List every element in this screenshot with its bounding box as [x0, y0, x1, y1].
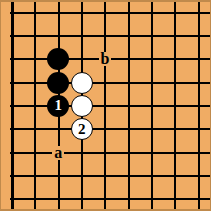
intersection-c9r7: [187, 141, 210, 164]
intersection-c5r6: [93, 118, 116, 141]
intersection-c8r9: [163, 188, 186, 211]
intersection-c2r5: [23, 94, 46, 117]
intersection-c6r2: [117, 24, 140, 47]
intersection-c7r2: [140, 24, 163, 47]
intersection-c5r7: [93, 141, 116, 164]
intersection-c1r5: [0, 94, 23, 117]
intersection-c2r4: [23, 71, 46, 94]
intersection-c9r9: [187, 188, 210, 211]
intersection-c9r6: [187, 118, 210, 141]
white-stone: [71, 72, 93, 94]
point-label-b: b: [99, 52, 112, 66]
intersection-c5r1: [93, 1, 116, 24]
intersection-c2r8: [23, 164, 46, 187]
intersection-c8r6: [163, 118, 186, 141]
intersection-c1r9: [0, 188, 23, 211]
intersection-c5r5: [93, 94, 116, 117]
intersection-c7r9: [140, 188, 163, 211]
intersection-c5r3: b: [93, 48, 116, 71]
intersection-c1r1: [0, 1, 23, 24]
intersection-c4r6: 2: [70, 118, 93, 141]
intersection-c2r2: [23, 24, 46, 47]
intersection-c7r3: [140, 48, 163, 71]
intersection-c4r9: [70, 188, 93, 211]
intersection-c2r9: [23, 188, 46, 211]
intersection-c6r1: [117, 1, 140, 24]
intersection-c1r7: [0, 141, 23, 164]
intersection-c2r6: [23, 118, 46, 141]
intersection-c4r1: [70, 1, 93, 24]
intersection-c4r4: [70, 71, 93, 94]
intersection-c7r5: [140, 94, 163, 117]
intersection-c3r2: [47, 24, 70, 47]
intersection-c5r4: [93, 71, 116, 94]
intersection-c6r5: [117, 94, 140, 117]
intersection-c4r7: [70, 141, 93, 164]
intersection-c9r4: [187, 71, 210, 94]
intersection-c3r7: a: [47, 141, 70, 164]
go-board-diagram: b12a: [0, 0, 211, 211]
intersection-c8r3: [163, 48, 186, 71]
black-stone: [47, 72, 69, 94]
board-grid: b12a: [0, 1, 210, 211]
diagram-border-bottom: [0, 209, 211, 211]
intersection-c8r1: [163, 1, 186, 24]
intersection-c6r3: [117, 48, 140, 71]
intersection-c4r5: [70, 94, 93, 117]
intersection-c1r2: [0, 24, 23, 47]
intersection-c9r5: [187, 94, 210, 117]
intersection-c6r9: [117, 188, 140, 211]
intersection-c3r5: 1: [47, 94, 70, 117]
intersection-c2r3: [23, 48, 46, 71]
black-stone-move-1: 1: [47, 95, 69, 117]
intersection-c7r7: [140, 141, 163, 164]
intersection-c1r3: [0, 48, 23, 71]
diagram-border-top: [0, 0, 211, 2]
intersection-c3r3: [47, 48, 70, 71]
intersection-c7r8: [140, 164, 163, 187]
intersection-c3r4: [47, 71, 70, 94]
white-stone: [71, 95, 93, 117]
intersection-c6r8: [117, 164, 140, 187]
intersection-c1r4: [0, 71, 23, 94]
intersection-c4r8: [70, 164, 93, 187]
intersection-c3r9: [47, 188, 70, 211]
white-stone-move-2: 2: [71, 118, 93, 140]
intersection-c6r7: [117, 141, 140, 164]
intersection-c7r1: [140, 1, 163, 24]
point-label-a: a: [52, 146, 64, 160]
diagram-border-right: [210, 0, 211, 211]
intersection-c4r3: [70, 48, 93, 71]
intersection-c9r3: [187, 48, 210, 71]
intersection-c3r8: [47, 164, 70, 187]
intersection-c1r8: [0, 164, 23, 187]
intersection-c3r1: [47, 1, 70, 24]
intersection-c9r2: [187, 24, 210, 47]
intersection-c7r6: [140, 118, 163, 141]
black-stone: [47, 48, 69, 70]
intersection-c8r5: [163, 94, 186, 117]
intersection-c8r7: [163, 141, 186, 164]
intersection-c8r8: [163, 164, 186, 187]
intersection-c7r4: [140, 71, 163, 94]
intersection-c4r2: [70, 24, 93, 47]
intersection-c5r8: [93, 164, 116, 187]
intersection-c2r7: [23, 141, 46, 164]
intersection-c6r6: [117, 118, 140, 141]
intersection-c5r2: [93, 24, 116, 47]
intersection-c8r4: [163, 71, 186, 94]
intersection-c9r1: [187, 1, 210, 24]
intersection-c5r9: [93, 188, 116, 211]
intersection-c8r2: [163, 24, 186, 47]
intersection-c9r8: [187, 164, 210, 187]
intersection-c1r6: [0, 118, 23, 141]
diagram-border-left: [0, 0, 1, 211]
intersection-c6r4: [117, 71, 140, 94]
intersection-c2r1: [23, 1, 46, 24]
intersection-c3r6: [47, 118, 70, 141]
